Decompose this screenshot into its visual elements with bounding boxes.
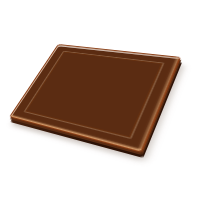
product-photo bbox=[0, 0, 200, 200]
board-frame bbox=[9, 44, 181, 153]
playing-field bbox=[26, 52, 162, 137]
